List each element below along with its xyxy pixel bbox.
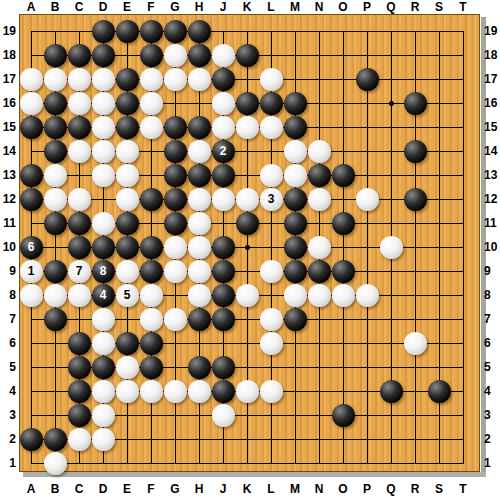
black-stone-D18[interactable] (92, 44, 115, 67)
white-stone-P12[interactable] (356, 188, 379, 211)
move-4-stone-D8[interactable]: 4 (92, 284, 115, 307)
white-stone-F17[interactable] (140, 68, 163, 91)
white-stone-C16[interactable] (68, 92, 91, 115)
black-stone-M12[interactable] (284, 188, 307, 211)
black-stone-F18[interactable] (140, 44, 163, 67)
black-stone-H19[interactable] (188, 20, 211, 43)
white-stone-K8[interactable] (236, 284, 259, 307)
row-label-right-3: 3 (484, 408, 500, 422)
white-stone-D15[interactable] (92, 116, 115, 139)
white-stone-H14[interactable] (188, 140, 211, 163)
white-stone-E9[interactable] (116, 260, 139, 283)
black-stone-M10[interactable] (284, 236, 307, 259)
row-label-right-1: 1 (484, 456, 500, 470)
move-2-stone-J14[interactable]: 2 (212, 140, 235, 163)
black-stone-H5[interactable] (188, 356, 211, 379)
black-stone-J4[interactable] (212, 380, 235, 403)
row-label-right-13: 13 (484, 168, 500, 182)
white-stone-J15[interactable] (212, 116, 235, 139)
white-stone-P8[interactable] (356, 284, 379, 307)
black-stone-E11[interactable] (116, 212, 139, 235)
white-stone-J12[interactable] (212, 188, 235, 211)
col-label-top-G: G (167, 0, 183, 14)
black-stone-B2[interactable] (44, 428, 67, 451)
black-stone-A13[interactable] (20, 164, 43, 187)
col-label-bottom-J: J (215, 482, 231, 496)
row-label-left-8: 8 (0, 288, 16, 302)
black-stone-C3[interactable] (68, 404, 91, 427)
white-stone-H17[interactable] (188, 68, 211, 91)
white-stone-D17[interactable] (92, 68, 115, 91)
white-stone-J18[interactable] (212, 44, 235, 67)
black-stone-J8[interactable] (212, 284, 235, 307)
col-label-bottom-P: P (359, 482, 375, 496)
black-stone-F6[interactable] (140, 332, 163, 355)
black-stone-E16[interactable] (116, 92, 139, 115)
black-stone-H13[interactable] (188, 164, 211, 187)
col-label-bottom-B: B (47, 482, 63, 496)
white-stone-L9[interactable] (260, 260, 283, 283)
white-stone-H9[interactable] (188, 260, 211, 283)
row-label-left-1: 1 (0, 456, 16, 470)
col-label-top-E: E (119, 0, 135, 14)
col-label-bottom-O: O (335, 482, 351, 496)
row-label-right-19: 19 (484, 24, 500, 38)
black-stone-H15[interactable] (188, 116, 211, 139)
black-stone-F12[interactable] (140, 188, 163, 211)
black-stone-K16[interactable] (236, 92, 259, 115)
white-stone-H8[interactable] (188, 284, 211, 307)
black-stone-P17[interactable] (356, 68, 379, 91)
move-7-stone-C9[interactable]: 7 (68, 260, 91, 283)
white-stone-H10[interactable] (188, 236, 211, 259)
row-label-right-6: 6 (484, 336, 500, 350)
white-stone-C17[interactable] (68, 68, 91, 91)
black-stone-M9[interactable] (284, 260, 307, 283)
row-label-right-15: 15 (484, 120, 500, 134)
white-stone-C14[interactable] (68, 140, 91, 163)
black-stone-H18[interactable] (188, 44, 211, 67)
white-stone-B13[interactable] (44, 164, 67, 187)
col-label-top-R: R (407, 0, 423, 14)
col-label-bottom-Q: Q (383, 482, 399, 496)
grid-hline (31, 463, 464, 464)
black-stone-N9[interactable] (308, 260, 331, 283)
black-stone-C4[interactable] (68, 380, 91, 403)
black-stone-E10[interactable] (116, 236, 139, 259)
black-stone-L16[interactable] (260, 92, 283, 115)
black-stone-F5[interactable] (140, 356, 163, 379)
black-stone-G12[interactable] (164, 188, 187, 211)
row-label-right-18: 18 (484, 48, 500, 62)
black-stone-R12[interactable] (404, 188, 427, 211)
white-stone-F15[interactable] (140, 116, 163, 139)
black-stone-E15[interactable] (116, 116, 139, 139)
white-stone-A17[interactable] (20, 68, 43, 91)
black-stone-B11[interactable] (44, 212, 67, 235)
white-stone-K12[interactable] (236, 188, 259, 211)
black-stone-K18[interactable] (236, 44, 259, 67)
col-label-top-L: L (263, 0, 279, 14)
row-label-left-19: 19 (0, 24, 16, 38)
black-stone-A12[interactable] (20, 188, 43, 211)
white-stone-B12[interactable] (44, 188, 67, 211)
white-stone-M13[interactable] (284, 164, 307, 187)
row-label-right-11: 11 (484, 216, 500, 230)
move-8-stone-D9[interactable]: 8 (92, 260, 115, 283)
col-label-bottom-N: N (311, 482, 327, 496)
white-stone-K4[interactable] (236, 380, 259, 403)
board-edge-shadow-bottom (23, 472, 486, 477)
black-stone-B15[interactable] (44, 116, 67, 139)
white-stone-L4[interactable] (260, 380, 283, 403)
white-stone-D6[interactable] (92, 332, 115, 355)
white-stone-D7[interactable] (92, 308, 115, 331)
black-stone-C15[interactable] (68, 116, 91, 139)
black-stone-B16[interactable] (44, 92, 67, 115)
black-stone-O13[interactable] (332, 164, 355, 187)
white-stone-F4[interactable] (140, 380, 163, 403)
white-stone-N8[interactable] (308, 284, 331, 307)
white-stone-G9[interactable] (164, 260, 187, 283)
white-stone-D2[interactable] (92, 428, 115, 451)
black-stone-F10[interactable] (140, 236, 163, 259)
black-stone-B7[interactable] (44, 308, 67, 331)
white-stone-E12[interactable] (116, 188, 139, 211)
black-stone-C5[interactable] (68, 356, 91, 379)
col-label-bottom-D: D (95, 482, 111, 496)
black-stone-C18[interactable] (68, 44, 91, 67)
black-stone-R16[interactable] (404, 92, 427, 115)
white-stone-B17[interactable] (44, 68, 67, 91)
white-stone-L17[interactable] (260, 68, 283, 91)
col-label-top-K: K (239, 0, 255, 14)
col-label-top-N: N (311, 0, 327, 14)
row-label-left-5: 5 (0, 360, 16, 374)
row-label-right-14: 14 (484, 144, 500, 158)
star-point (389, 101, 394, 106)
black-stone-D19[interactable] (92, 20, 115, 43)
move-5-stone-E8[interactable]: 5 (116, 284, 139, 307)
row-label-right-10: 10 (484, 240, 500, 254)
white-stone-L15[interactable] (260, 116, 283, 139)
black-stone-Q4[interactable] (380, 380, 403, 403)
grid-vline (343, 31, 344, 464)
white-stone-A8[interactable] (20, 284, 43, 307)
black-stone-K11[interactable] (236, 212, 259, 235)
white-stone-G4[interactable] (164, 380, 187, 403)
row-label-right-16: 16 (484, 96, 500, 110)
black-stone-J13[interactable] (212, 164, 235, 187)
black-stone-B14[interactable] (44, 140, 67, 163)
black-stone-M16[interactable] (284, 92, 307, 115)
white-stone-D4[interactable] (92, 380, 115, 403)
white-stone-O8[interactable] (332, 284, 355, 307)
black-stone-J17[interactable] (212, 68, 235, 91)
move-3-stone-L12[interactable]: 3 (260, 188, 283, 211)
white-stone-G10[interactable] (164, 236, 187, 259)
black-stone-F19[interactable] (140, 20, 163, 43)
col-label-bottom-H: H (191, 482, 207, 496)
black-stone-A15[interactable] (20, 116, 43, 139)
col-label-top-C: C (71, 0, 87, 14)
black-stone-A2[interactable] (20, 428, 43, 451)
white-stone-E5[interactable] (116, 356, 139, 379)
grid-vline (463, 31, 464, 464)
black-stone-M7[interactable] (284, 308, 307, 331)
move-6-stone-A10[interactable]: 6 (20, 236, 43, 259)
black-stone-G14[interactable] (164, 140, 187, 163)
black-stone-C10[interactable] (68, 236, 91, 259)
white-stone-G18[interactable] (164, 44, 187, 67)
black-stone-D10[interactable] (92, 236, 115, 259)
white-stone-D3[interactable] (92, 404, 115, 427)
black-stone-D5[interactable] (92, 356, 115, 379)
row-label-left-6: 6 (0, 336, 16, 350)
black-stone-C11[interactable] (68, 212, 91, 235)
black-stone-R14[interactable] (404, 140, 427, 163)
white-stone-H12[interactable] (188, 188, 211, 211)
row-label-right-12: 12 (484, 192, 500, 206)
col-label-top-B: B (47, 0, 63, 14)
white-stone-M14[interactable] (284, 140, 307, 163)
col-label-top-O: O (335, 0, 351, 14)
row-label-right-7: 7 (484, 312, 500, 326)
col-label-bottom-R: R (407, 482, 423, 496)
black-stone-B18[interactable] (44, 44, 67, 67)
col-label-top-D: D (95, 0, 111, 14)
white-stone-H4[interactable] (188, 380, 211, 403)
white-stone-H11[interactable] (188, 212, 211, 235)
row-label-left-13: 13 (0, 168, 16, 182)
white-stone-L13[interactable] (260, 164, 283, 187)
col-label-bottom-M: M (287, 482, 303, 496)
white-stone-F16[interactable] (140, 92, 163, 115)
go-diagram: 23617845 AABBCCDDEEFFGGHHJJKKLLMMNNOOPPQ… (0, 0, 500, 500)
white-stone-C2[interactable] (68, 428, 91, 451)
row-label-right-17: 17 (484, 72, 500, 86)
star-point (245, 245, 250, 250)
white-stone-N12[interactable] (308, 188, 331, 211)
row-label-right-5: 5 (484, 360, 500, 374)
white-stone-G7[interactable] (164, 308, 187, 331)
white-stone-M8[interactable] (284, 284, 307, 307)
white-stone-C8[interactable] (68, 284, 91, 307)
col-label-bottom-T: T (455, 482, 471, 496)
col-label-bottom-A: A (23, 482, 39, 496)
col-label-top-J: J (215, 0, 231, 14)
row-label-right-2: 2 (484, 432, 500, 446)
black-stone-F9[interactable] (140, 260, 163, 283)
col-label-bottom-E: E (119, 482, 135, 496)
black-stone-C6[interactable] (68, 332, 91, 355)
black-stone-S4[interactable] (428, 380, 451, 403)
black-stone-G19[interactable] (164, 20, 187, 43)
black-stone-J10[interactable] (212, 236, 235, 259)
col-label-top-H: H (191, 0, 207, 14)
row-label-left-11: 11 (0, 216, 16, 230)
col-label-top-M: M (287, 0, 303, 14)
col-label-bottom-S: S (431, 482, 447, 496)
move-1-stone-A9[interactable]: 1 (20, 260, 43, 283)
row-label-left-4: 4 (0, 384, 16, 398)
black-stone-E6[interactable] (116, 332, 139, 355)
black-stone-H7[interactable] (188, 308, 211, 331)
row-label-left-16: 16 (0, 96, 16, 110)
col-label-top-F: F (143, 0, 159, 14)
black-stone-O3[interactable] (332, 404, 355, 427)
black-stone-G13[interactable] (164, 164, 187, 187)
white-stone-N10[interactable] (308, 236, 331, 259)
col-label-bottom-G: G (167, 482, 183, 496)
col-label-bottom-F: F (143, 482, 159, 496)
white-stone-Q10[interactable] (380, 236, 403, 259)
white-stone-E14[interactable] (116, 140, 139, 163)
row-label-left-15: 15 (0, 120, 16, 134)
white-stone-D11[interactable] (92, 212, 115, 235)
col-label-top-S: S (431, 0, 447, 14)
black-stone-N13[interactable] (308, 164, 331, 187)
black-stone-M11[interactable] (284, 212, 307, 235)
white-stone-E13[interactable] (116, 164, 139, 187)
grid-vline (367, 31, 368, 464)
black-stone-J7[interactable] (212, 308, 235, 331)
col-label-top-T: T (455, 0, 471, 14)
white-stone-J16[interactable] (212, 92, 235, 115)
black-stone-E19[interactable] (116, 20, 139, 43)
black-stone-G11[interactable] (164, 212, 187, 235)
white-stone-L6[interactable] (260, 332, 283, 355)
col-label-bottom-C: C (71, 482, 87, 496)
white-stone-D13[interactable] (92, 164, 115, 187)
black-stone-J9[interactable] (212, 260, 235, 283)
col-label-top-P: P (359, 0, 375, 14)
white-stone-D16[interactable] (92, 92, 115, 115)
black-stone-E17[interactable] (116, 68, 139, 91)
row-label-left-3: 3 (0, 408, 16, 422)
white-stone-A16[interactable] (20, 92, 43, 115)
white-stone-J3[interactable] (212, 404, 235, 427)
row-label-left-2: 2 (0, 432, 16, 446)
row-label-left-10: 10 (0, 240, 16, 254)
black-stone-M15[interactable] (284, 116, 307, 139)
black-stone-G15[interactable] (164, 116, 187, 139)
white-stone-K15[interactable] (236, 116, 259, 139)
row-label-right-8: 8 (484, 288, 500, 302)
white-stone-F7[interactable] (140, 308, 163, 331)
black-stone-B9[interactable] (44, 260, 67, 283)
white-stone-B8[interactable] (44, 284, 67, 307)
white-stone-C12[interactable] (68, 188, 91, 211)
black-stone-O11[interactable] (332, 212, 355, 235)
white-stone-D14[interactable] (92, 140, 115, 163)
row-label-right-4: 4 (484, 384, 500, 398)
row-label-left-9: 9 (0, 264, 16, 278)
white-stone-N14[interactable] (308, 140, 331, 163)
white-stone-E4[interactable] (116, 380, 139, 403)
white-stone-G17[interactable] (164, 68, 187, 91)
white-stone-B1[interactable] (44, 452, 67, 475)
row-label-left-14: 14 (0, 144, 16, 158)
black-stone-O9[interactable] (332, 260, 355, 283)
col-label-top-Q: Q (383, 0, 399, 14)
row-label-left-17: 17 (0, 72, 16, 86)
white-stone-L7[interactable] (260, 308, 283, 331)
black-stone-J5[interactable] (212, 356, 235, 379)
row-label-left-18: 18 (0, 48, 16, 62)
col-label-top-A: A (23, 0, 39, 14)
white-stone-F8[interactable] (140, 284, 163, 307)
white-stone-R6[interactable] (404, 332, 427, 355)
row-label-left-12: 12 (0, 192, 16, 206)
row-label-right-9: 9 (484, 264, 500, 278)
col-label-bottom-K: K (239, 482, 255, 496)
col-label-bottom-L: L (263, 482, 279, 496)
row-label-left-7: 7 (0, 312, 16, 326)
